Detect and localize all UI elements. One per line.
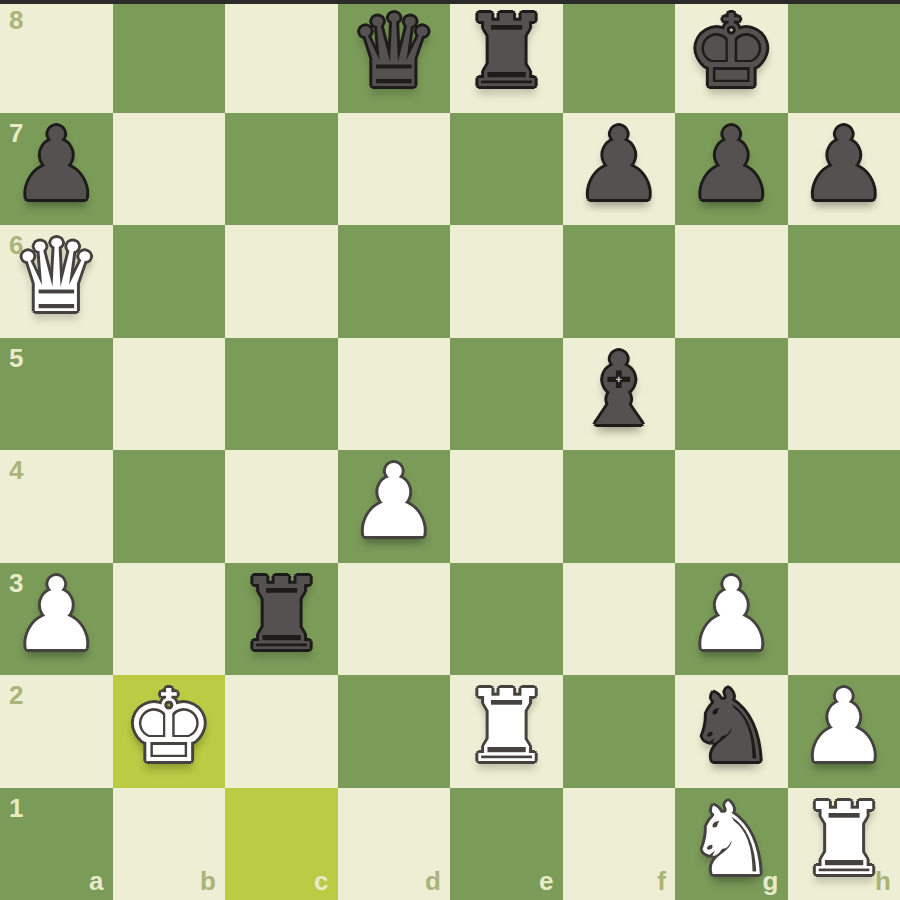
square-f4[interactable] — [563, 450, 676, 563]
square-d5[interactable] — [338, 338, 451, 451]
square-c4[interactable] — [225, 450, 338, 563]
square-e1[interactable]: e — [450, 788, 563, 900]
piece-white-pawn-h2[interactable]: ♟ — [799, 677, 889, 777]
square-d3[interactable] — [338, 563, 451, 676]
square-c2[interactable] — [225, 675, 338, 788]
square-g4[interactable] — [675, 450, 788, 563]
square-g5[interactable] — [675, 338, 788, 451]
square-d4[interactable]: ♟ — [338, 450, 451, 563]
piece-black-pawn-a7[interactable]: ♟ — [11, 115, 101, 215]
square-a7[interactable]: 7♟ — [0, 113, 113, 226]
square-e2[interactable]: ♜ — [450, 675, 563, 788]
file-label-f: f — [657, 868, 666, 894]
square-c8[interactable] — [225, 0, 338, 113]
piece-white-pawn-g3[interactable]: ♟ — [686, 565, 776, 665]
piece-white-pawn-d4[interactable]: ♟ — [349, 452, 439, 552]
square-e5[interactable] — [450, 338, 563, 451]
rank-label-3: 3 — [9, 570, 23, 596]
piece-black-pawn-h7[interactable]: ♟ — [799, 115, 889, 215]
square-h7[interactable]: ♟ — [788, 113, 900, 226]
square-b8[interactable] — [113, 0, 226, 113]
square-h5[interactable] — [788, 338, 900, 451]
square-g3[interactable]: ♟ — [675, 563, 788, 676]
rank-label-4: 4 — [9, 457, 23, 483]
square-g7[interactable]: ♟ — [675, 113, 788, 226]
chess-board-stage: 8♛♜♚7♟♟♟♟6♛5♝4♟3♟♜♟2♚♜♞♟1abcdefg♞h♜ — [0, 0, 900, 900]
square-d2[interactable] — [338, 675, 451, 788]
piece-white-king-b2[interactable]: ♚ — [124, 677, 214, 777]
square-b3[interactable] — [113, 563, 226, 676]
square-a8[interactable]: 8 — [0, 0, 113, 113]
square-f2[interactable] — [563, 675, 676, 788]
square-f8[interactable] — [563, 0, 676, 113]
square-g1[interactable]: g♞ — [675, 788, 788, 900]
square-d7[interactable] — [338, 113, 451, 226]
square-b4[interactable] — [113, 450, 226, 563]
square-a5[interactable]: 5 — [0, 338, 113, 451]
piece-white-pawn-a3[interactable]: ♟ — [11, 565, 101, 665]
chess-board: 8♛♜♚7♟♟♟♟6♛5♝4♟3♟♜♟2♚♜♞♟1abcdefg♞h♜ — [0, 0, 900, 900]
file-label-h: h — [875, 868, 891, 894]
square-b2[interactable]: ♚ — [113, 675, 226, 788]
square-h1[interactable]: h♜ — [788, 788, 900, 900]
square-f6[interactable] — [563, 225, 676, 338]
square-g6[interactable] — [675, 225, 788, 338]
piece-white-queen-a6[interactable]: ♛ — [11, 227, 101, 327]
file-label-g: g — [763, 868, 779, 894]
square-a2[interactable]: 2 — [0, 675, 113, 788]
rank-label-6: 6 — [9, 232, 23, 258]
piece-black-bishop-f5[interactable]: ♝ — [574, 340, 664, 440]
rank-label-8: 8 — [9, 7, 23, 33]
square-d1[interactable]: d — [338, 788, 451, 900]
square-h2[interactable]: ♟ — [788, 675, 900, 788]
piece-black-pawn-f7[interactable]: ♟ — [574, 115, 664, 215]
square-a4[interactable]: 4 — [0, 450, 113, 563]
rank-label-5: 5 — [9, 345, 23, 371]
rank-label-2: 2 — [9, 682, 23, 708]
square-a1[interactable]: 1a — [0, 788, 113, 900]
square-c6[interactable] — [225, 225, 338, 338]
square-c1[interactable]: c — [225, 788, 338, 900]
file-label-d: d — [425, 868, 441, 894]
square-c7[interactable] — [225, 113, 338, 226]
square-b7[interactable] — [113, 113, 226, 226]
square-b5[interactable] — [113, 338, 226, 451]
piece-black-pawn-g7[interactable]: ♟ — [686, 115, 776, 215]
square-h3[interactable] — [788, 563, 900, 676]
square-e6[interactable] — [450, 225, 563, 338]
square-e3[interactable] — [450, 563, 563, 676]
square-f5[interactable]: ♝ — [563, 338, 676, 451]
square-c3[interactable]: ♜ — [225, 563, 338, 676]
file-label-a: a — [89, 868, 103, 894]
rank-label-1: 1 — [9, 795, 23, 821]
square-g2[interactable]: ♞ — [675, 675, 788, 788]
rank-label-7: 7 — [9, 120, 23, 146]
top-bar — [0, 0, 900, 4]
square-h6[interactable] — [788, 225, 900, 338]
square-e8[interactable]: ♜ — [450, 0, 563, 113]
square-a6[interactable]: 6♛ — [0, 225, 113, 338]
square-f3[interactable] — [563, 563, 676, 676]
piece-black-queen-d8[interactable]: ♛ — [349, 2, 439, 102]
square-f7[interactable]: ♟ — [563, 113, 676, 226]
square-g8[interactable]: ♚ — [675, 0, 788, 113]
square-h8[interactable] — [788, 0, 900, 113]
square-f1[interactable]: f — [563, 788, 676, 900]
piece-black-knight-g2[interactable]: ♞ — [686, 677, 776, 777]
square-d6[interactable] — [338, 225, 451, 338]
square-d8[interactable]: ♛ — [338, 0, 451, 113]
piece-black-king-g8[interactable]: ♚ — [686, 2, 776, 102]
square-e4[interactable] — [450, 450, 563, 563]
piece-black-rook-c3[interactable]: ♜ — [236, 565, 326, 665]
file-label-b: b — [200, 868, 216, 894]
file-label-e: e — [539, 868, 553, 894]
square-c5[interactable] — [225, 338, 338, 451]
square-h4[interactable] — [788, 450, 900, 563]
piece-white-rook-e2[interactable]: ♜ — [461, 677, 551, 777]
file-label-c: c — [314, 868, 328, 894]
square-a3[interactable]: 3♟ — [0, 563, 113, 676]
square-b6[interactable] — [113, 225, 226, 338]
square-b1[interactable]: b — [113, 788, 226, 900]
piece-black-rook-e8[interactable]: ♜ — [461, 2, 551, 102]
square-e7[interactable] — [450, 113, 563, 226]
